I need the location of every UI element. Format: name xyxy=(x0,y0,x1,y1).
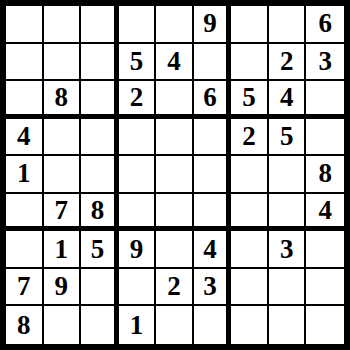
cell-r7c5[interactable] xyxy=(156,231,194,269)
cell-r1c9[interactable]: 6 xyxy=(306,6,344,44)
cell-r1c5[interactable] xyxy=(156,6,194,44)
cell-r3c9[interactable] xyxy=(306,81,344,119)
cell-r1c3[interactable] xyxy=(81,6,119,44)
cell-r9c8[interactable] xyxy=(269,306,307,344)
cell-r3c4[interactable]: 2 xyxy=(119,81,157,119)
cell-r7c1[interactable] xyxy=(6,231,44,269)
given-digit: 4 xyxy=(17,123,31,150)
cell-r5c7[interactable] xyxy=(231,156,269,194)
cell-r9c4[interactable]: 1 xyxy=(119,306,157,344)
given-digit: 7 xyxy=(17,273,31,300)
cell-r6c5[interactable] xyxy=(156,194,194,232)
cell-r4c5[interactable] xyxy=(156,119,194,157)
cell-r6c4[interactable] xyxy=(119,194,157,232)
cell-r6c9[interactable]: 4 xyxy=(306,194,344,232)
given-digit: 3 xyxy=(203,273,217,300)
given-digit: 3 xyxy=(318,48,332,75)
cell-r8c3[interactable] xyxy=(81,269,119,307)
given-digit: 8 xyxy=(17,312,31,339)
cell-r9c5[interactable] xyxy=(156,306,194,344)
given-digit: 6 xyxy=(318,10,332,37)
cell-r4c4[interactable] xyxy=(119,119,157,157)
cell-r6c1[interactable] xyxy=(6,194,44,232)
cell-r9c6[interactable] xyxy=(194,306,232,344)
cell-r7c9[interactable] xyxy=(306,231,344,269)
given-digit: 6 xyxy=(203,84,217,111)
cell-r6c2[interactable]: 7 xyxy=(44,194,82,232)
cell-r3c1[interactable] xyxy=(6,81,44,119)
cell-r7c7[interactable] xyxy=(231,231,269,269)
given-digit: 1 xyxy=(130,312,144,339)
cell-r1c7[interactable] xyxy=(231,6,269,44)
cell-r4c6[interactable] xyxy=(194,119,232,157)
cell-r9c1[interactable]: 8 xyxy=(6,306,44,344)
cell-r2c9[interactable]: 3 xyxy=(306,44,344,82)
cell-r2c6[interactable] xyxy=(194,44,232,82)
cell-r8c2[interactable]: 9 xyxy=(44,269,82,307)
cell-r2c5[interactable]: 4 xyxy=(156,44,194,82)
given-digit: 8 xyxy=(318,160,332,187)
cell-r1c2[interactable] xyxy=(44,6,82,44)
given-digit: 1 xyxy=(17,160,31,187)
cell-r6c7[interactable] xyxy=(231,194,269,232)
cell-r3c3[interactable] xyxy=(81,81,119,119)
cell-r8c9[interactable] xyxy=(306,269,344,307)
cell-r3c5[interactable] xyxy=(156,81,194,119)
given-digit: 4 xyxy=(167,48,181,75)
cell-r2c1[interactable] xyxy=(6,44,44,82)
given-digit: 2 xyxy=(130,84,144,111)
given-digit: 5 xyxy=(280,123,294,150)
given-digit: 5 xyxy=(91,236,105,263)
cell-r5c8[interactable] xyxy=(269,156,307,194)
cell-r3c8[interactable]: 4 xyxy=(269,81,307,119)
given-digit: 9 xyxy=(130,236,144,263)
cell-r4c2[interactable] xyxy=(44,119,82,157)
cell-r4c3[interactable] xyxy=(81,119,119,157)
cell-r5c1[interactable]: 1 xyxy=(6,156,44,194)
cell-r8c6[interactable]: 3 xyxy=(194,269,232,307)
given-digit: 8 xyxy=(55,84,69,111)
given-digit: 9 xyxy=(203,10,217,37)
cell-r5c5[interactable] xyxy=(156,156,194,194)
cell-r7c3[interactable]: 5 xyxy=(81,231,119,269)
cell-r3c2[interactable]: 8 xyxy=(44,81,82,119)
cell-r9c7[interactable] xyxy=(231,306,269,344)
cell-r4c7[interactable]: 2 xyxy=(231,119,269,157)
given-digit: 2 xyxy=(280,48,294,75)
cell-r1c1[interactable] xyxy=(6,6,44,44)
cell-r2c4[interactable]: 5 xyxy=(119,44,157,82)
cell-r9c3[interactable] xyxy=(81,306,119,344)
cell-r6c3[interactable]: 8 xyxy=(81,194,119,232)
given-digit: 2 xyxy=(242,123,256,150)
cell-r3c7[interactable]: 5 xyxy=(231,81,269,119)
given-digit: 4 xyxy=(203,236,217,263)
cell-r3c6[interactable]: 6 xyxy=(194,81,232,119)
cell-r5c4[interactable] xyxy=(119,156,157,194)
cell-r7c4[interactable]: 9 xyxy=(119,231,157,269)
cell-r6c8[interactable] xyxy=(269,194,307,232)
given-digit: 4 xyxy=(318,197,332,224)
given-digit: 2 xyxy=(167,273,181,300)
cell-r1c4[interactable] xyxy=(119,6,157,44)
given-digit: 8 xyxy=(91,197,105,224)
cell-r8c8[interactable] xyxy=(269,269,307,307)
cell-r7c2[interactable]: 1 xyxy=(44,231,82,269)
given-digit: 5 xyxy=(130,48,144,75)
cell-r5c2[interactable] xyxy=(44,156,82,194)
cell-r8c4[interactable] xyxy=(119,269,157,307)
sudoku-board: 965423826544251878415943792381 xyxy=(0,0,350,350)
cell-r1c6[interactable]: 9 xyxy=(194,6,232,44)
given-digit: 1 xyxy=(55,236,69,263)
cell-r6c6[interactable] xyxy=(194,194,232,232)
cell-r5c3[interactable] xyxy=(81,156,119,194)
cell-r7c8[interactable]: 3 xyxy=(269,231,307,269)
cell-r9c9[interactable] xyxy=(306,306,344,344)
cell-r5c9[interactable]: 8 xyxy=(306,156,344,194)
cell-r5c6[interactable] xyxy=(194,156,232,194)
cell-r8c5[interactable]: 2 xyxy=(156,269,194,307)
given-digit: 9 xyxy=(55,273,69,300)
cell-r1c8[interactable] xyxy=(269,6,307,44)
given-digit: 7 xyxy=(55,197,69,224)
given-digit: 4 xyxy=(280,84,294,111)
cell-r8c7[interactable] xyxy=(231,269,269,307)
given-digit: 5 xyxy=(242,84,256,111)
given-digit: 3 xyxy=(280,236,294,263)
cell-r8c1[interactable]: 7 xyxy=(6,269,44,307)
cell-r2c8[interactable]: 2 xyxy=(269,44,307,82)
cell-r2c2[interactable] xyxy=(44,44,82,82)
cell-r7c6[interactable]: 4 xyxy=(194,231,232,269)
cell-r2c3[interactable] xyxy=(81,44,119,82)
cell-r9c2[interactable] xyxy=(44,306,82,344)
cell-r4c1[interactable]: 4 xyxy=(6,119,44,157)
cell-r4c8[interactable]: 5 xyxy=(269,119,307,157)
cell-r4c9[interactable] xyxy=(306,119,344,157)
cell-r2c7[interactable] xyxy=(231,44,269,82)
